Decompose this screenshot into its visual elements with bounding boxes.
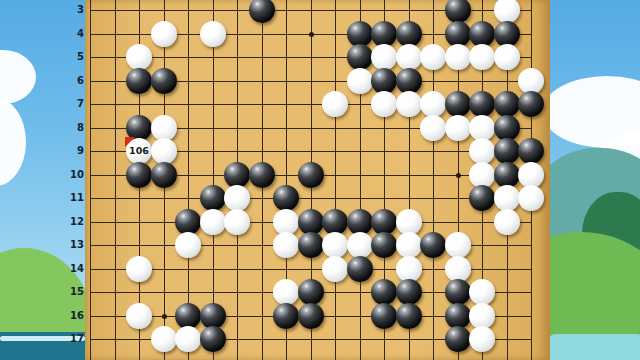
row-label: 6	[68, 75, 84, 87]
stone-white	[396, 209, 422, 235]
stone-black	[200, 185, 226, 211]
stone-white	[151, 115, 177, 141]
stone-white	[273, 209, 299, 235]
stone-black	[445, 91, 471, 117]
stone-black	[151, 162, 177, 188]
water-right	[546, 334, 640, 360]
stone-black	[396, 68, 422, 94]
stone-white	[445, 44, 471, 70]
row-label: 14	[68, 263, 84, 275]
stone-black	[347, 256, 373, 282]
stone-white	[469, 162, 495, 188]
row-label: 8	[68, 122, 84, 134]
grid-vertical-line	[335, 0, 336, 360]
row-label: 11	[68, 192, 84, 204]
stone-black	[200, 303, 226, 329]
stone-white	[175, 232, 201, 258]
stone-white	[494, 0, 520, 23]
stone-black	[494, 91, 520, 117]
stone-black	[396, 279, 422, 305]
stone-white	[126, 44, 152, 70]
stone-black	[298, 232, 324, 258]
stone-white	[371, 91, 397, 117]
stone-black	[273, 185, 299, 211]
stone-black	[371, 279, 397, 305]
stone-black	[494, 21, 520, 47]
star-point	[162, 314, 167, 319]
stone-black	[273, 303, 299, 329]
stone-white	[371, 44, 397, 70]
row-label: 16	[68, 310, 84, 322]
stone-white	[224, 209, 250, 235]
stone-black	[371, 232, 397, 258]
row-label: 3	[68, 4, 84, 16]
stone-black	[126, 68, 152, 94]
stone-black	[224, 162, 250, 188]
stone-white	[420, 91, 446, 117]
stone-white	[469, 138, 495, 164]
stone-black	[175, 303, 201, 329]
stone-white	[200, 21, 226, 47]
stone-white	[151, 326, 177, 352]
stone-white	[518, 68, 544, 94]
stone-black	[494, 162, 520, 188]
stone-white	[518, 185, 544, 211]
grid-vertical-line	[115, 0, 116, 360]
stone-black	[298, 162, 324, 188]
grid-horizontal-line	[90, 198, 532, 199]
stone-black	[347, 21, 373, 47]
row-label: 9	[68, 145, 84, 157]
row-label: 17	[68, 333, 84, 345]
stone-white	[469, 44, 495, 70]
stone-black	[298, 279, 324, 305]
stone-black	[469, 21, 495, 47]
stone-white	[445, 115, 471, 141]
stone-black	[371, 209, 397, 235]
move-number-label: 106	[126, 138, 152, 164]
stone-white	[126, 256, 152, 282]
stone-black	[469, 185, 495, 211]
stone-white: 106	[126, 138, 152, 164]
stone-white	[151, 138, 177, 164]
stone-black	[445, 21, 471, 47]
stone-black	[249, 162, 275, 188]
stone-black	[175, 209, 201, 235]
stone-white	[322, 256, 348, 282]
stone-black	[298, 209, 324, 235]
stone-black	[396, 303, 422, 329]
stone-black	[445, 279, 471, 305]
stone-white	[273, 232, 299, 258]
stone-white	[322, 91, 348, 117]
stone-black	[420, 232, 446, 258]
stone-white	[469, 326, 495, 352]
stone-white	[322, 232, 348, 258]
stone-white	[347, 68, 373, 94]
stone-white	[445, 232, 471, 258]
stone-black	[298, 303, 324, 329]
stone-white	[151, 21, 177, 47]
go-game-screen: 34567891011121314151617 106	[0, 0, 640, 360]
stone-white	[347, 232, 373, 258]
stone-white	[469, 303, 495, 329]
row-label: 10	[68, 169, 84, 181]
cloud-left-bottom	[0, 98, 26, 186]
star-point	[309, 32, 314, 37]
stone-white	[494, 185, 520, 211]
stone-white	[224, 185, 250, 211]
stone-black	[347, 209, 373, 235]
stone-white	[200, 209, 226, 235]
row-label: 12	[68, 216, 84, 228]
stone-white	[469, 115, 495, 141]
stone-white	[126, 303, 152, 329]
stone-white	[396, 91, 422, 117]
stone-white	[445, 256, 471, 282]
stone-white	[396, 44, 422, 70]
stone-white	[420, 115, 446, 141]
stone-white	[175, 326, 201, 352]
stone-black	[445, 303, 471, 329]
stone-black	[151, 68, 177, 94]
stone-white	[273, 279, 299, 305]
stone-white	[518, 162, 544, 188]
stone-black	[469, 91, 495, 117]
row-label: 5	[68, 51, 84, 63]
stone-black	[371, 21, 397, 47]
stone-black	[494, 115, 520, 141]
go-board[interactable]: 106	[85, 0, 550, 360]
stone-black	[249, 0, 275, 23]
stone-black	[371, 68, 397, 94]
stone-black	[347, 44, 373, 70]
row-label: 7	[68, 98, 84, 110]
stone-black	[518, 91, 544, 117]
stone-black	[494, 138, 520, 164]
stone-white	[396, 232, 422, 258]
stone-black	[371, 303, 397, 329]
row-label: 13	[68, 239, 84, 251]
stone-black	[445, 0, 471, 23]
stone-black	[445, 326, 471, 352]
stone-black	[200, 326, 226, 352]
stone-black	[518, 138, 544, 164]
stone-black	[126, 162, 152, 188]
stone-white	[469, 279, 495, 305]
stone-black	[322, 209, 348, 235]
stone-white	[494, 209, 520, 235]
stone-white	[420, 44, 446, 70]
cloud-left-top	[0, 50, 36, 104]
row-label: 4	[68, 28, 84, 40]
grid-vertical-line	[90, 0, 91, 360]
star-point	[456, 173, 461, 178]
stone-white	[396, 256, 422, 282]
stone-white	[494, 44, 520, 70]
stone-black	[396, 21, 422, 47]
row-label: 15	[68, 286, 84, 298]
